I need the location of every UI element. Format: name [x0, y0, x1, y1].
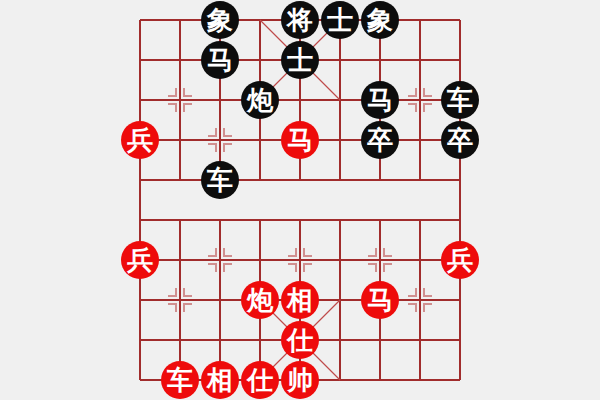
- red-soldier-piece[interactable]: 兵: [121, 121, 159, 159]
- black-general-piece[interactable]: 将: [281, 1, 319, 39]
- black-horse-piece[interactable]: 马: [201, 41, 239, 79]
- black-cannon-piece[interactable]: 炮: [241, 81, 279, 119]
- red-advisor-piece[interactable]: 仕: [281, 321, 319, 359]
- red-elephant-piece[interactable]: 相: [281, 281, 319, 319]
- red-soldier-piece[interactable]: 兵: [441, 241, 479, 279]
- red-horse-piece[interactable]: 马: [361, 281, 399, 319]
- black-chariot-piece[interactable]: 车: [201, 161, 239, 199]
- red-soldier-piece[interactable]: 兵: [121, 241, 159, 279]
- red-chariot-piece[interactable]: 车: [161, 361, 199, 399]
- red-horse-piece[interactable]: 马: [281, 121, 319, 159]
- black-soldier-piece[interactable]: 卒: [441, 121, 479, 159]
- red-elephant-piece[interactable]: 相: [201, 361, 239, 399]
- black-advisor-piece[interactable]: 士: [321, 1, 359, 39]
- xiangqi-board: 象将士象马士炮马车兵马卒卒车兵兵炮相马仕车相仕帅: [0, 0, 600, 400]
- black-horse-piece[interactable]: 马: [361, 81, 399, 119]
- pieces-layer: 象将士象马士炮马车兵马卒卒车兵兵炮相马仕车相仕帅: [120, 0, 480, 400]
- red-general-piece[interactable]: 帅: [281, 361, 319, 399]
- black-elephant-piece[interactable]: 象: [201, 1, 239, 39]
- black-advisor-piece[interactable]: 士: [281, 41, 319, 79]
- black-elephant-piece[interactable]: 象: [361, 1, 399, 39]
- red-cannon-piece[interactable]: 炮: [241, 281, 279, 319]
- black-soldier-piece[interactable]: 卒: [361, 121, 399, 159]
- black-chariot-piece[interactable]: 车: [441, 81, 479, 119]
- red-advisor-piece[interactable]: 仕: [241, 361, 279, 399]
